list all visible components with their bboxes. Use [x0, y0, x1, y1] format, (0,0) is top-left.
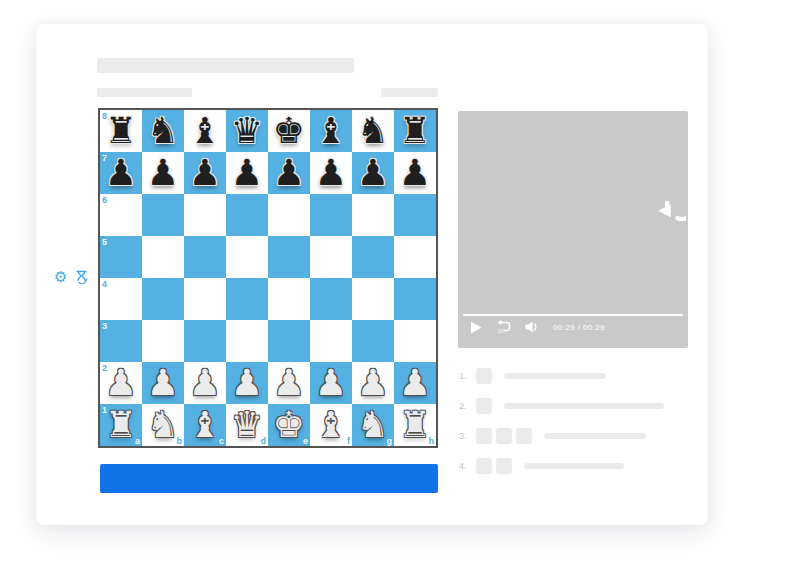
square-g2[interactable]: ♟	[352, 362, 394, 404]
subtitle-placeholder	[97, 88, 192, 97]
black-pawn-piece: ♟	[105, 152, 137, 194]
square-a2[interactable]: 2♟	[100, 362, 142, 404]
square-g4[interactable]	[352, 278, 394, 320]
white-pawn-piece: ♟	[315, 362, 347, 404]
start-lesson-button[interactable]	[100, 464, 438, 493]
step-thumbnail-placeholder	[516, 428, 532, 444]
black-pawn-piece: ♟	[399, 152, 431, 194]
rank-label: 3	[102, 321, 107, 331]
page: ⚙ 8♜♞♝♛♚♝♞♜7♟♟♟♟♟♟♟♟65432♟♟♟♟♟♟♟♟1a♜b♞c♝…	[0, 0, 805, 579]
square-f8[interactable]: ♝	[310, 110, 352, 152]
rank-label: 8	[102, 111, 107, 121]
square-e6[interactable]	[268, 194, 310, 236]
square-b2[interactable]: ♟	[142, 362, 184, 404]
white-pawn-piece: ♟	[273, 362, 305, 404]
square-a7[interactable]: 7♟	[100, 152, 142, 194]
step-text-placeholder	[504, 373, 606, 379]
square-c7[interactable]: ♟	[184, 152, 226, 194]
square-g7[interactable]: ♟	[352, 152, 394, 194]
file-label: h	[429, 436, 435, 446]
board-tools: ⚙	[54, 267, 98, 287]
square-e2[interactable]: ♟	[268, 362, 310, 404]
chess-board: 8♜♞♝♛♚♝♞♜7♟♟♟♟♟♟♟♟65432♟♟♟♟♟♟♟♟1a♜b♞c♝d♛…	[98, 108, 438, 448]
black-pawn-piece: ♟	[231, 152, 263, 194]
black-queen-piece: ♛	[231, 110, 263, 152]
square-b6[interactable]	[142, 194, 184, 236]
square-d8[interactable]: ♛	[226, 110, 268, 152]
step-number: 2.	[459, 401, 471, 411]
video-player[interactable]: 10 00:29 / 00:29	[458, 111, 688, 348]
black-pawn-piece: ♟	[147, 152, 179, 194]
reset-timer-icon[interactable]	[75, 270, 88, 284]
square-c1[interactable]: c♝	[184, 404, 226, 446]
square-d7[interactable]: ♟	[226, 152, 268, 194]
replay-icon[interactable]	[644, 201, 686, 249]
square-d1[interactable]: d♛	[226, 404, 268, 446]
square-h3[interactable]	[394, 320, 436, 362]
square-f2[interactable]: ♟	[310, 362, 352, 404]
white-knight-piece: ♞	[147, 404, 179, 446]
black-bishop-piece: ♝	[189, 110, 221, 152]
square-c6[interactable]	[184, 194, 226, 236]
square-c8[interactable]: ♝	[184, 110, 226, 152]
step-thumbnail-placeholder	[476, 368, 492, 384]
white-bishop-piece: ♝	[189, 404, 221, 446]
square-g1[interactable]: g♞	[352, 404, 394, 446]
square-a3[interactable]: 3	[100, 320, 142, 362]
square-h1[interactable]: h♜	[394, 404, 436, 446]
square-h5[interactable]	[394, 236, 436, 278]
square-f3[interactable]	[310, 320, 352, 362]
step-thumbnail-placeholder	[496, 428, 512, 444]
square-b5[interactable]	[142, 236, 184, 278]
square-e8[interactable]: ♚	[268, 110, 310, 152]
rank-label: 7	[102, 153, 107, 163]
rank-label: 5	[102, 237, 107, 247]
step-text-placeholder	[544, 433, 646, 439]
step-row-4: 4.	[459, 458, 699, 474]
step-text-placeholder	[524, 463, 624, 469]
square-h6[interactable]	[394, 194, 436, 236]
file-label: b	[177, 436, 183, 446]
step-number: 4.	[459, 461, 471, 471]
white-pawn-piece: ♟	[357, 362, 389, 404]
white-knight-piece: ♞	[357, 404, 389, 446]
square-f5[interactable]	[310, 236, 352, 278]
square-a4[interactable]: 4	[100, 278, 142, 320]
content-card: ⚙ 8♜♞♝♛♚♝♞♜7♟♟♟♟♟♟♟♟65432♟♟♟♟♟♟♟♟1a♜b♞c♝…	[36, 24, 708, 525]
white-rook-piece: ♜	[399, 404, 431, 446]
square-c3[interactable]	[184, 320, 226, 362]
square-c2[interactable]: ♟	[184, 362, 226, 404]
square-b4[interactable]	[142, 278, 184, 320]
square-b7[interactable]: ♟	[142, 152, 184, 194]
white-pawn-piece: ♟	[105, 362, 137, 404]
time-display: 00:29 / 00:29	[553, 323, 605, 332]
file-label: g	[387, 436, 393, 446]
square-h7[interactable]: ♟	[394, 152, 436, 194]
loop-icon[interactable]: 10	[496, 320, 511, 334]
step-thumbnail-placeholder	[476, 398, 492, 414]
white-rook-piece: ♜	[105, 404, 137, 446]
rank-label: 4	[102, 279, 107, 289]
step-thumbnail-placeholder	[496, 458, 512, 474]
rank-label: 6	[102, 195, 107, 205]
step-number: 1.	[459, 371, 471, 381]
volume-icon[interactable]	[525, 320, 539, 334]
square-d6[interactable]	[226, 194, 268, 236]
square-d4[interactable]	[226, 278, 268, 320]
white-king-piece: ♚	[273, 404, 305, 446]
black-king-piece: ♚	[273, 110, 305, 152]
settings-gear-icon[interactable]: ⚙	[54, 270, 67, 285]
black-knight-piece: ♞	[147, 110, 179, 152]
black-knight-piece: ♞	[357, 110, 389, 152]
black-rook-piece: ♜	[399, 110, 431, 152]
square-e5[interactable]	[268, 236, 310, 278]
player-controls: 10 00:29 / 00:29	[470, 317, 680, 337]
step-number: 3.	[459, 431, 471, 441]
file-label: e	[303, 436, 308, 446]
black-pawn-piece: ♟	[357, 152, 389, 194]
square-h8[interactable]: ♜	[394, 110, 436, 152]
square-g5[interactable]	[352, 236, 394, 278]
white-pawn-piece: ♟	[399, 362, 431, 404]
square-e4[interactable]	[268, 278, 310, 320]
square-b3[interactable]	[142, 320, 184, 362]
white-bishop-piece: ♝	[315, 404, 347, 446]
rank-label: 2	[102, 363, 107, 373]
white-pawn-piece: ♟	[147, 362, 179, 404]
svg-text:10: 10	[498, 328, 504, 334]
square-c4[interactable]	[184, 278, 226, 320]
play-icon[interactable]	[470, 321, 482, 334]
progress-bar[interactable]	[463, 314, 683, 316]
square-h4[interactable]	[394, 278, 436, 320]
square-a5[interactable]: 5	[100, 236, 142, 278]
square-g6[interactable]	[352, 194, 394, 236]
square-f1[interactable]: f♝	[310, 404, 352, 446]
square-f4[interactable]	[310, 278, 352, 320]
black-pawn-piece: ♟	[273, 152, 305, 194]
square-f6[interactable]	[310, 194, 352, 236]
square-e3[interactable]	[268, 320, 310, 362]
step-text-placeholder	[504, 403, 664, 409]
square-a8[interactable]: 8♜	[100, 110, 142, 152]
steps-list: 1.2.3.4.	[459, 368, 699, 488]
white-queen-piece: ♛	[231, 404, 263, 446]
step-row-2: 2.	[459, 398, 699, 414]
square-b1[interactable]: b♞	[142, 404, 184, 446]
square-c5[interactable]	[184, 236, 226, 278]
square-e7[interactable]: ♟	[268, 152, 310, 194]
file-label: c	[219, 436, 224, 446]
black-pawn-piece: ♟	[189, 152, 221, 194]
black-rook-piece: ♜	[105, 110, 137, 152]
subtitle-placeholder-right	[381, 88, 438, 97]
step-row-3: 3.	[459, 428, 699, 444]
step-thumbnail-placeholder	[476, 458, 492, 474]
step-thumbnail-placeholder	[476, 428, 492, 444]
square-d3[interactable]	[226, 320, 268, 362]
square-b8[interactable]: ♞	[142, 110, 184, 152]
white-pawn-piece: ♟	[231, 362, 263, 404]
black-pawn-piece: ♟	[315, 152, 347, 194]
white-pawn-piece: ♟	[189, 362, 221, 404]
file-label: d	[261, 436, 267, 446]
square-d2[interactable]: ♟	[226, 362, 268, 404]
square-g8[interactable]: ♞	[352, 110, 394, 152]
square-a1[interactable]: 1a♜	[100, 404, 142, 446]
square-g3[interactable]	[352, 320, 394, 362]
square-a6[interactable]: 6	[100, 194, 142, 236]
title-placeholder	[97, 58, 354, 73]
rank-label: 1	[102, 405, 107, 415]
file-label: f	[347, 436, 350, 446]
file-label: a	[135, 436, 140, 446]
square-e1[interactable]: e♚	[268, 404, 310, 446]
black-bishop-piece: ♝	[315, 110, 347, 152]
square-f7[interactable]: ♟	[310, 152, 352, 194]
square-d5[interactable]	[226, 236, 268, 278]
step-row-1: 1.	[459, 368, 699, 384]
square-h2[interactable]: ♟	[394, 362, 436, 404]
